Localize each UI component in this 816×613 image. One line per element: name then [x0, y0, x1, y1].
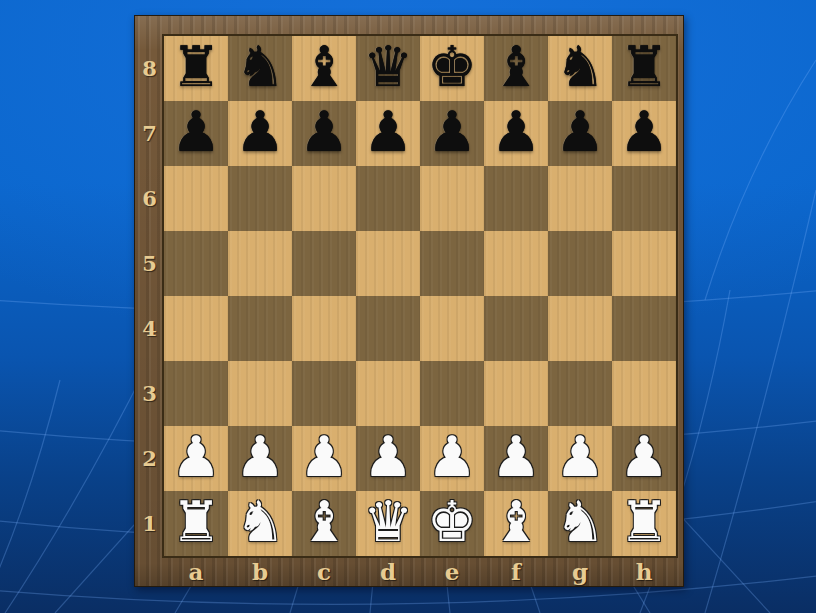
piece-white-knight-g1[interactable]: ♞	[555, 494, 605, 550]
square-b2[interactable]: ♟	[228, 426, 292, 491]
file-labels: abcdefgh	[164, 556, 676, 586]
square-c4[interactable]	[292, 296, 356, 361]
square-b5[interactable]	[228, 231, 292, 296]
square-g5[interactable]	[548, 231, 612, 296]
piece-white-knight-b1[interactable]: ♞	[235, 494, 285, 550]
square-g4[interactable]	[548, 296, 612, 361]
square-g3[interactable]	[548, 361, 612, 426]
square-f5[interactable]	[484, 231, 548, 296]
square-a1[interactable]: ♜	[164, 491, 228, 556]
file-label-h: h	[612, 556, 676, 586]
file-label-c: c	[292, 556, 356, 586]
piece-white-king-e1[interactable]: ♚	[427, 494, 477, 550]
square-b7[interactable]: ♟	[228, 101, 292, 166]
board-grid: ♜♞♝♛♚♝♞♜♟♟♟♟♟♟♟♟♟♟♟♟♟♟♟♟♜♞♝♛♚♝♞♜	[164, 36, 676, 556]
square-c3[interactable]	[292, 361, 356, 426]
piece-black-pawn-h7[interactable]: ♟	[619, 104, 669, 160]
file-label-b: b	[228, 556, 292, 586]
square-c5[interactable]	[292, 231, 356, 296]
square-d4[interactable]	[356, 296, 420, 361]
square-f3[interactable]	[484, 361, 548, 426]
piece-white-pawn-g2[interactable]: ♟	[555, 429, 605, 485]
rank-label-1: 1	[135, 491, 164, 556]
square-c6[interactable]	[292, 166, 356, 231]
square-h8[interactable]: ♜	[612, 36, 676, 101]
square-b3[interactable]	[228, 361, 292, 426]
square-d7[interactable]: ♟	[356, 101, 420, 166]
square-c7[interactable]: ♟	[292, 101, 356, 166]
file-label-d: d	[356, 556, 420, 586]
square-d8[interactable]: ♛	[356, 36, 420, 101]
square-h7[interactable]: ♟	[612, 101, 676, 166]
square-b1[interactable]: ♞	[228, 491, 292, 556]
square-a4[interactable]	[164, 296, 228, 361]
chess-board: 87654321 ♜♞♝♛♚♝♞♜♟♟♟♟♟♟♟♟♟♟♟♟♟♟♟♟♜♞♝♛♚♝♞…	[134, 15, 684, 587]
rank-label-6: 6	[135, 166, 164, 231]
piece-black-pawn-c7[interactable]: ♟	[299, 104, 349, 160]
square-f4[interactable]	[484, 296, 548, 361]
piece-black-rook-h8[interactable]: ♜	[619, 39, 669, 95]
square-e1[interactable]: ♚	[420, 491, 484, 556]
square-g8[interactable]: ♞	[548, 36, 612, 101]
piece-white-bishop-c1[interactable]: ♝	[299, 494, 349, 550]
square-g2[interactable]: ♟	[548, 426, 612, 491]
rank-label-3: 3	[135, 361, 164, 426]
file-label-f: f	[484, 556, 548, 586]
square-c8[interactable]: ♝	[292, 36, 356, 101]
square-a5[interactable]	[164, 231, 228, 296]
piece-black-queen-d8[interactable]: ♛	[363, 39, 413, 95]
rank-labels: 87654321	[135, 36, 164, 556]
piece-white-pawn-d2[interactable]: ♟	[363, 429, 413, 485]
square-b6[interactable]	[228, 166, 292, 231]
piece-white-pawn-c2[interactable]: ♟	[299, 429, 349, 485]
piece-black-pawn-a7[interactable]: ♟	[171, 104, 221, 160]
square-f6[interactable]	[484, 166, 548, 231]
square-d1[interactable]: ♛	[356, 491, 420, 556]
piece-black-pawn-b7[interactable]: ♟	[235, 104, 285, 160]
square-a2[interactable]: ♟	[164, 426, 228, 491]
square-a3[interactable]	[164, 361, 228, 426]
piece-black-pawn-d7[interactable]: ♟	[363, 104, 413, 160]
piece-white-bishop-f1[interactable]: ♝	[491, 494, 541, 550]
piece-white-queen-d1[interactable]: ♛	[363, 494, 413, 550]
square-a8[interactable]: ♜	[164, 36, 228, 101]
square-a7[interactable]: ♟	[164, 101, 228, 166]
piece-black-pawn-f7[interactable]: ♟	[491, 104, 541, 160]
square-e5[interactable]	[420, 231, 484, 296]
piece-black-knight-b8[interactable]: ♞	[235, 39, 285, 95]
square-a6[interactable]	[164, 166, 228, 231]
piece-black-rook-a8[interactable]: ♜	[171, 39, 221, 95]
square-g6[interactable]	[548, 166, 612, 231]
square-f2[interactable]: ♟	[484, 426, 548, 491]
square-h1[interactable]: ♜	[612, 491, 676, 556]
square-g7[interactable]: ♟	[548, 101, 612, 166]
square-f1[interactable]: ♝	[484, 491, 548, 556]
square-d5[interactable]	[356, 231, 420, 296]
piece-white-pawn-h2[interactable]: ♟	[619, 429, 669, 485]
square-f7[interactable]: ♟	[484, 101, 548, 166]
piece-white-pawn-f2[interactable]: ♟	[491, 429, 541, 485]
square-c2[interactable]: ♟	[292, 426, 356, 491]
piece-black-pawn-e7[interactable]: ♟	[427, 104, 477, 160]
rank-label-2: 2	[135, 426, 164, 491]
file-label-a: a	[164, 556, 228, 586]
slide-background: 87654321 ♜♞♝♛♚♝♞♜♟♟♟♟♟♟♟♟♟♟♟♟♟♟♟♟♜♞♝♛♚♝♞…	[0, 0, 816, 613]
piece-black-bishop-f8[interactable]: ♝	[491, 39, 541, 95]
square-b8[interactable]: ♞	[228, 36, 292, 101]
square-e7[interactable]: ♟	[420, 101, 484, 166]
square-e8[interactable]: ♚	[420, 36, 484, 101]
square-g1[interactable]: ♞	[548, 491, 612, 556]
square-e3[interactable]	[420, 361, 484, 426]
piece-white-rook-h1[interactable]: ♜	[619, 494, 669, 550]
square-e6[interactable]	[420, 166, 484, 231]
rank-label-5: 5	[135, 231, 164, 296]
square-h4[interactable]	[612, 296, 676, 361]
square-f8[interactable]: ♝	[484, 36, 548, 101]
square-e4[interactable]	[420, 296, 484, 361]
square-h5[interactable]	[612, 231, 676, 296]
piece-black-bishop-c8[interactable]: ♝	[299, 39, 349, 95]
piece-white-rook-a1[interactable]: ♜	[171, 494, 221, 550]
piece-black-pawn-g7[interactable]: ♟	[555, 104, 605, 160]
square-e2[interactable]: ♟	[420, 426, 484, 491]
square-b4[interactable]	[228, 296, 292, 361]
piece-white-pawn-e2[interactable]: ♟	[427, 429, 477, 485]
piece-white-pawn-b2[interactable]: ♟	[235, 429, 285, 485]
rank-label-8: 8	[135, 36, 164, 101]
file-label-g: g	[548, 556, 612, 586]
square-c1[interactable]: ♝	[292, 491, 356, 556]
file-label-e: e	[420, 556, 484, 586]
square-h6[interactable]	[612, 166, 676, 231]
square-d3[interactable]	[356, 361, 420, 426]
rank-label-7: 7	[135, 101, 164, 166]
rank-label-4: 4	[135, 296, 164, 361]
piece-black-king-e8[interactable]: ♚	[427, 39, 477, 95]
square-d2[interactable]: ♟	[356, 426, 420, 491]
square-h2[interactable]: ♟	[612, 426, 676, 491]
square-h3[interactable]	[612, 361, 676, 426]
piece-black-knight-g8[interactable]: ♞	[555, 39, 605, 95]
square-d6[interactable]	[356, 166, 420, 231]
piece-white-pawn-a2[interactable]: ♟	[171, 429, 221, 485]
